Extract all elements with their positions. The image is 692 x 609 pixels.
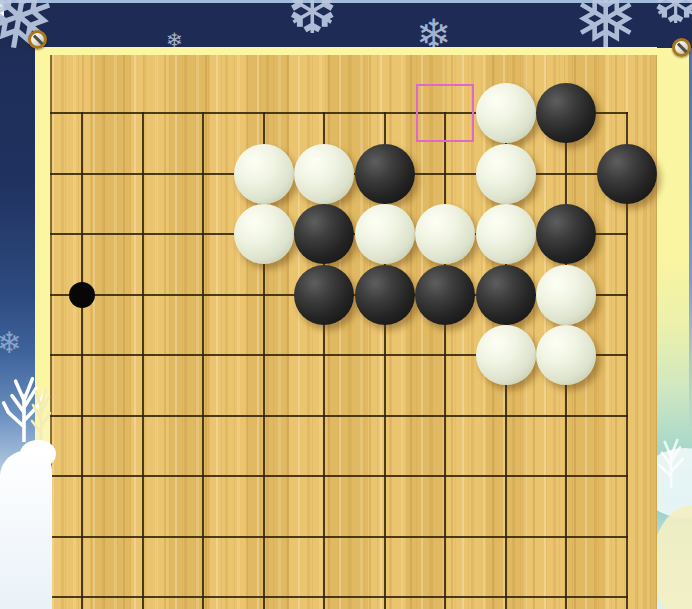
black-stone	[536, 204, 596, 264]
white-stone	[536, 325, 596, 385]
grid-line	[50, 475, 628, 477]
grid-line	[142, 112, 144, 609]
screw-slot	[32, 34, 42, 44]
black-stone	[476, 265, 536, 325]
winter-go-problem-app: ❅ ❆ ❄ ❅ ❆ ❄ ❄	[0, 0, 692, 609]
white-stone	[415, 204, 475, 264]
grid-line	[50, 415, 628, 417]
white-stone	[476, 144, 536, 204]
screw-slot	[676, 42, 686, 52]
grid-line	[202, 112, 204, 609]
screw-icon	[28, 30, 47, 49]
black-stone	[294, 204, 354, 264]
white-stone	[234, 204, 294, 264]
snow-mound	[0, 450, 52, 609]
grid-line	[444, 112, 446, 609]
grid-line	[81, 112, 83, 609]
black-stone	[415, 265, 475, 325]
white-stone	[476, 325, 536, 385]
white-stone	[476, 204, 536, 264]
black-stone	[294, 265, 354, 325]
white-stone	[355, 204, 415, 264]
board-layer	[0, 0, 692, 609]
white-stone	[294, 144, 354, 204]
black-stone	[355, 144, 415, 204]
screw-icon	[672, 38, 691, 57]
white-stone	[234, 144, 294, 204]
white-stone	[476, 83, 536, 143]
grid-line	[50, 536, 628, 538]
black-stone	[536, 83, 596, 143]
white-stone	[536, 265, 596, 325]
black-stone	[597, 144, 657, 204]
black-stone	[355, 265, 415, 325]
marked-point-square[interactable]	[416, 84, 474, 142]
grid-line	[50, 596, 628, 598]
hoshi-point	[69, 282, 95, 308]
